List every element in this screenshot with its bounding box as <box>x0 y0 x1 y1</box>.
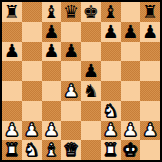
square-a5[interactable] <box>2 61 22 81</box>
square-h2[interactable]: ♟ <box>140 121 160 141</box>
square-d8[interactable]: ♛ <box>61 2 81 22</box>
square-d1[interactable]: ♛ <box>61 140 81 160</box>
square-b5[interactable] <box>22 61 42 81</box>
square-f1[interactable]: ♜ <box>101 140 121 160</box>
white-knight[interactable]: ♞ <box>24 141 40 159</box>
square-b3[interactable] <box>22 101 42 121</box>
black-queen[interactable]: ♛ <box>63 3 79 21</box>
square-f4[interactable] <box>101 81 121 101</box>
square-a8[interactable]: ♜ <box>2 2 22 22</box>
square-g1[interactable]: ♚ <box>121 140 141 160</box>
square-c8[interactable]: ♝ <box>42 2 62 22</box>
white-rook[interactable]: ♜ <box>103 141 119 159</box>
square-f2[interactable]: ♟ <box>101 121 121 141</box>
square-g3[interactable] <box>121 101 141 121</box>
square-a4[interactable] <box>2 81 22 101</box>
square-f8[interactable]: ♝ <box>101 2 121 22</box>
square-d3[interactable] <box>61 101 81 121</box>
square-e2[interactable] <box>81 121 101 141</box>
square-c4[interactable] <box>42 81 62 101</box>
square-g5[interactable] <box>121 61 141 81</box>
black-pawn[interactable]: ♟ <box>122 23 138 41</box>
square-b7[interactable] <box>22 22 42 42</box>
black-bishop[interactable]: ♝ <box>43 3 59 21</box>
square-h8[interactable]: ♜ <box>140 2 160 22</box>
square-d4[interactable]: ♟ <box>61 81 81 101</box>
square-f7[interactable]: ♟ <box>101 22 121 42</box>
square-e3[interactable] <box>81 101 101 121</box>
square-h3[interactable] <box>140 101 160 121</box>
square-g7[interactable]: ♟ <box>121 22 141 42</box>
square-d7[interactable] <box>61 22 81 42</box>
black-pawn[interactable]: ♟ <box>142 23 158 41</box>
black-pawn[interactable]: ♟ <box>4 42 20 60</box>
white-pawn[interactable]: ♟ <box>63 82 79 100</box>
black-knight[interactable]: ♞ <box>83 82 99 100</box>
white-rook[interactable]: ♜ <box>4 141 20 159</box>
white-pawn[interactable]: ♟ <box>142 121 158 139</box>
white-pawn[interactable]: ♟ <box>4 121 20 139</box>
square-d5[interactable] <box>61 61 81 81</box>
square-g2[interactable]: ♟ <box>121 121 141 141</box>
board-frame: ♜♝♛♚♝♜♟♟♟♟♟♟♟♟♟♞♞♟♟♟♟♟♟♜♞♝♛♜♚ <box>0 0 162 162</box>
square-e5[interactable]: ♟ <box>81 61 101 81</box>
black-rook[interactable]: ♜ <box>4 3 20 21</box>
square-b1[interactable]: ♞ <box>22 140 42 160</box>
square-h7[interactable]: ♟ <box>140 22 160 42</box>
square-e8[interactable]: ♚ <box>81 2 101 22</box>
square-h5[interactable] <box>140 61 160 81</box>
square-d6[interactable]: ♟ <box>61 42 81 62</box>
chess-board: ♜♝♛♚♝♜♟♟♟♟♟♟♟♟♟♞♞♟♟♟♟♟♟♜♞♝♛♜♚ <box>2 2 160 160</box>
white-king[interactable]: ♚ <box>122 141 138 159</box>
square-g4[interactable] <box>121 81 141 101</box>
square-e1[interactable] <box>81 140 101 160</box>
square-a1[interactable]: ♜ <box>2 140 22 160</box>
black-pawn[interactable]: ♟ <box>103 23 119 41</box>
square-f5[interactable] <box>101 61 121 81</box>
square-f3[interactable]: ♞ <box>101 101 121 121</box>
black-pawn[interactable]: ♟ <box>43 23 59 41</box>
square-b8[interactable] <box>22 2 42 22</box>
square-c3[interactable] <box>42 101 62 121</box>
square-a3[interactable] <box>2 101 22 121</box>
square-a7[interactable] <box>2 22 22 42</box>
square-b2[interactable]: ♟ <box>22 121 42 141</box>
square-h4[interactable] <box>140 81 160 101</box>
white-pawn[interactable]: ♟ <box>24 121 40 139</box>
square-a6[interactable]: ♟ <box>2 42 22 62</box>
white-knight[interactable]: ♞ <box>103 102 119 120</box>
black-king[interactable]: ♚ <box>83 3 99 21</box>
white-bishop[interactable]: ♝ <box>43 141 59 159</box>
square-g6[interactable] <box>121 42 141 62</box>
black-pawn[interactable]: ♟ <box>63 42 79 60</box>
square-d2[interactable] <box>61 121 81 141</box>
square-b6[interactable] <box>22 42 42 62</box>
black-bishop[interactable]: ♝ <box>103 3 119 21</box>
square-f6[interactable] <box>101 42 121 62</box>
square-c7[interactable]: ♟ <box>42 22 62 42</box>
square-g8[interactable] <box>121 2 141 22</box>
white-pawn[interactable]: ♟ <box>122 121 138 139</box>
black-pawn[interactable]: ♟ <box>83 62 99 80</box>
black-rook[interactable]: ♜ <box>142 3 158 21</box>
square-e7[interactable] <box>81 22 101 42</box>
square-c6[interactable]: ♟ <box>42 42 62 62</box>
square-e6[interactable] <box>81 42 101 62</box>
square-c2[interactable]: ♟ <box>42 121 62 141</box>
white-pawn[interactable]: ♟ <box>43 121 59 139</box>
square-c1[interactable]: ♝ <box>42 140 62 160</box>
square-b4[interactable] <box>22 81 42 101</box>
square-h1[interactable] <box>140 140 160 160</box>
square-a2[interactable]: ♟ <box>2 121 22 141</box>
square-e4[interactable]: ♞ <box>81 81 101 101</box>
square-c5[interactable] <box>42 61 62 81</box>
black-pawn[interactable]: ♟ <box>43 42 59 60</box>
white-pawn[interactable]: ♟ <box>103 121 119 139</box>
white-queen[interactable]: ♛ <box>63 141 79 159</box>
square-h6[interactable] <box>140 42 160 62</box>
